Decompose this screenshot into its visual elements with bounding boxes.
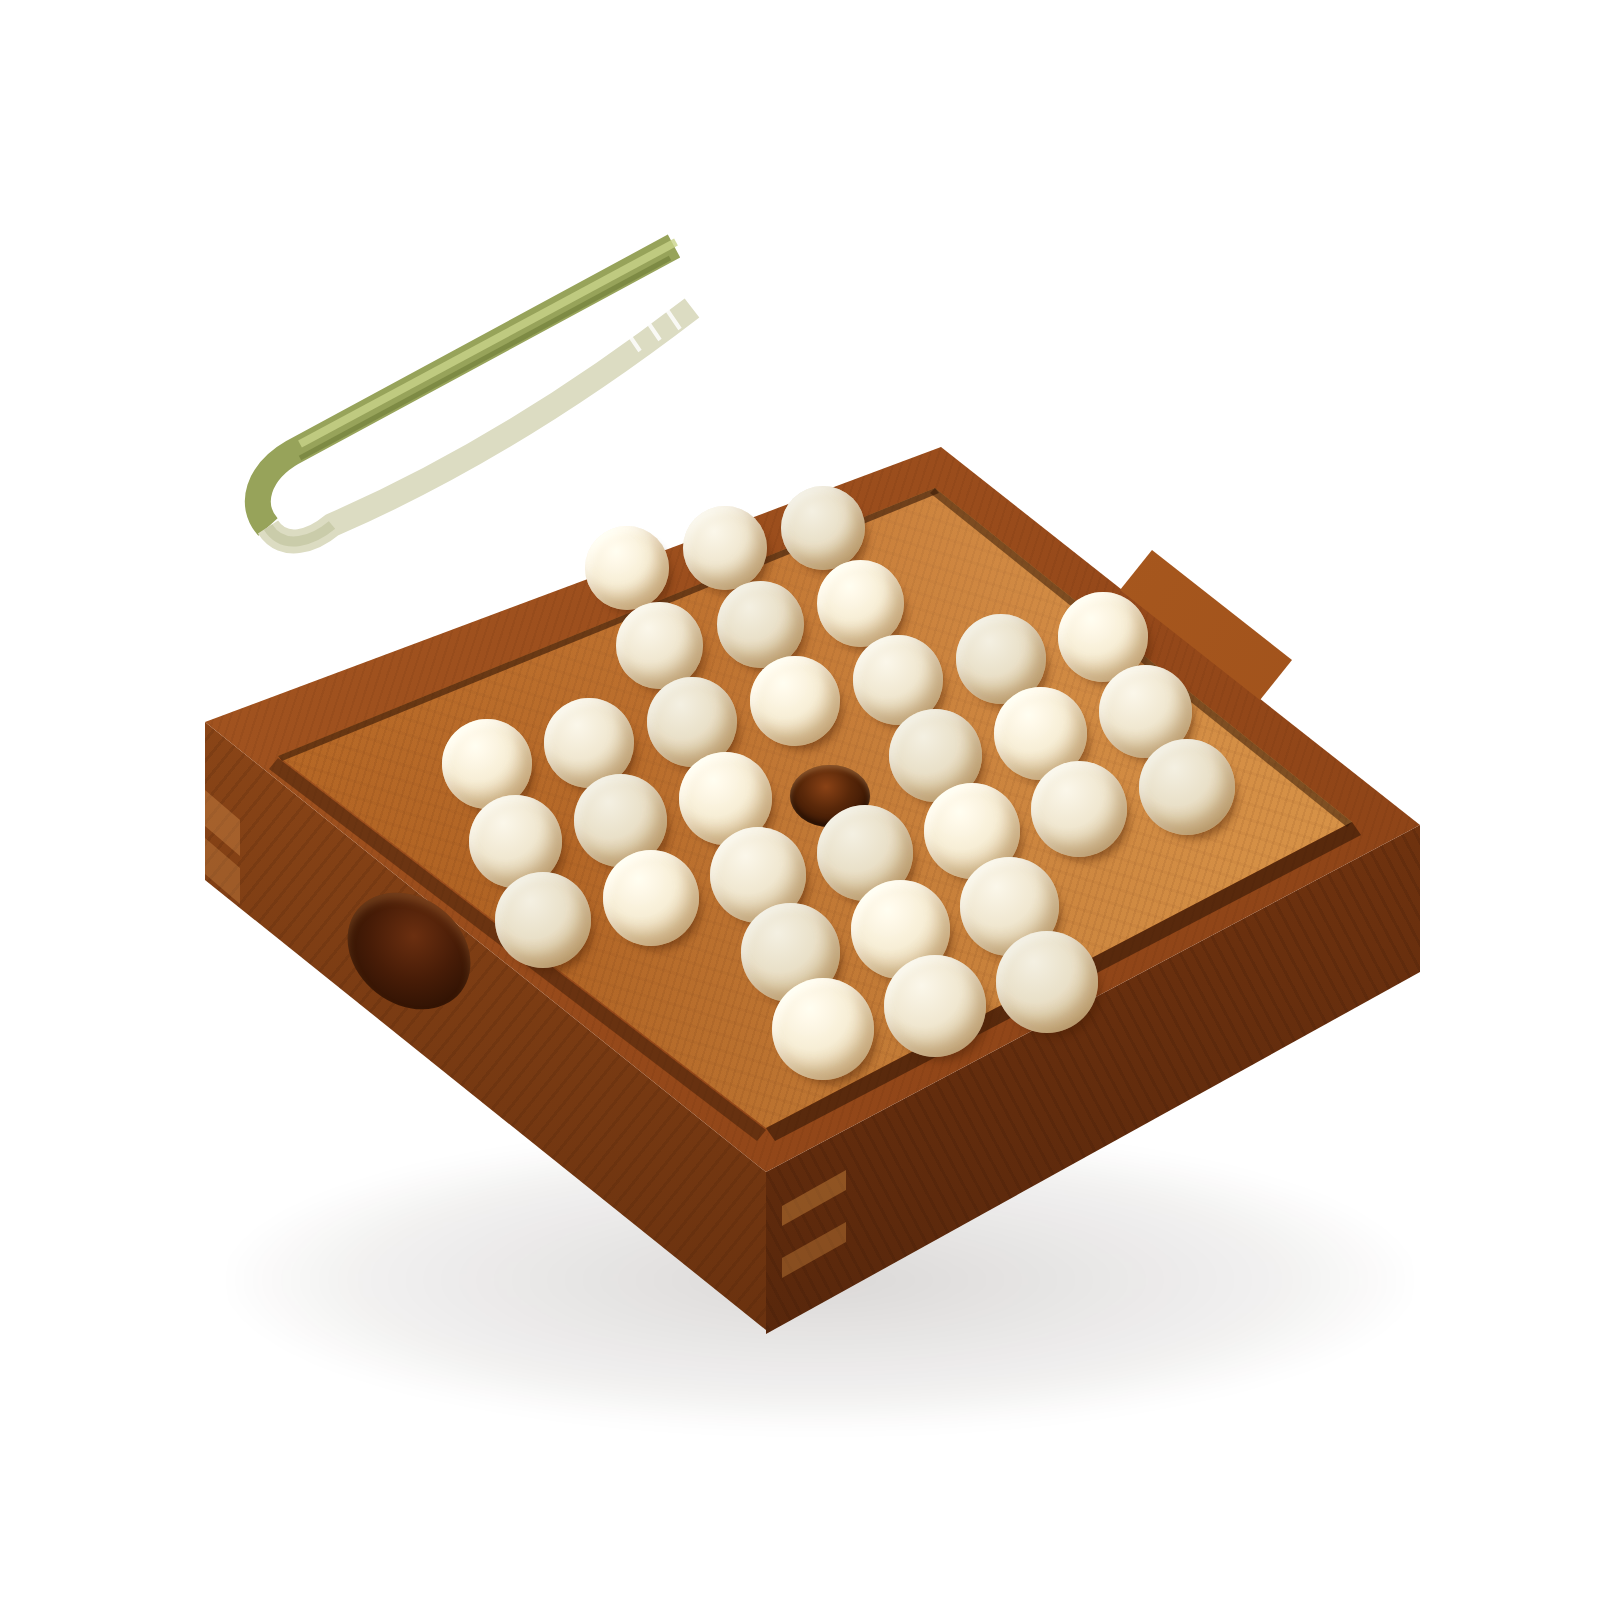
product-photo xyxy=(0,0,1600,1600)
marble[interactable] xyxy=(683,506,767,590)
marble[interactable] xyxy=(750,656,840,746)
marble[interactable] xyxy=(495,872,591,968)
marble[interactable] xyxy=(996,931,1098,1033)
marble[interactable] xyxy=(603,850,699,946)
marble[interactable] xyxy=(781,486,865,570)
marble[interactable] xyxy=(717,581,804,668)
marble[interactable] xyxy=(1139,739,1235,835)
marble[interactable] xyxy=(884,955,986,1057)
marble[interactable] xyxy=(772,978,874,1080)
marble[interactable] xyxy=(616,602,703,689)
tongs-upper-arm-highlight xyxy=(300,242,676,444)
marble[interactable] xyxy=(585,526,669,610)
marble[interactable] xyxy=(1031,761,1127,857)
marble[interactable] xyxy=(817,560,904,647)
